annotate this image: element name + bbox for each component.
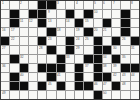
grid-cell[interactable] <box>29 1 37 9</box>
black-cell <box>94 37 102 45</box>
black-cell <box>20 82 28 90</box>
grid-cell[interactable]: 39 <box>112 64 120 72</box>
clue-number: 3 <box>57 1 59 4</box>
grid-cell[interactable]: 8 <box>131 1 139 9</box>
black-cell <box>38 1 46 9</box>
grid-cell[interactable]: 15 <box>84 19 92 27</box>
black-cell <box>94 73 102 81</box>
clue-number: 34 <box>103 55 106 58</box>
grid-cell[interactable] <box>29 64 37 72</box>
clue-number: 2 <box>20 1 22 4</box>
clue-number: 45 <box>48 82 51 85</box>
grid-cell[interactable]: 22 <box>10 37 18 45</box>
black-cell <box>10 19 18 27</box>
grid-cell[interactable] <box>66 1 74 9</box>
grid-cell[interactable] <box>131 82 139 90</box>
grid-cell[interactable]: 35 <box>121 55 129 63</box>
grid-cell[interactable] <box>75 55 83 63</box>
grid-cell[interactable] <box>131 91 139 99</box>
clue-number: 14 <box>66 19 69 22</box>
grid-cell[interactable]: 47 <box>103 82 111 90</box>
black-cell <box>57 55 65 63</box>
grid-cell[interactable] <box>112 28 120 36</box>
black-cell <box>131 64 139 72</box>
grid-cell[interactable]: 3 <box>57 1 65 9</box>
black-cell <box>103 73 111 81</box>
grid-cell[interactable]: 33 <box>66 55 74 63</box>
black-cell <box>75 64 83 72</box>
clue-number: 33 <box>66 55 69 58</box>
grid-cell[interactable] <box>84 46 92 54</box>
black-cell <box>10 10 18 18</box>
grid-cell[interactable] <box>75 10 83 18</box>
clue-number: 18 <box>57 28 60 31</box>
clue-number: 37 <box>85 64 88 67</box>
grid-cell[interactable]: 28 <box>38 46 46 54</box>
grid-cell[interactable] <box>29 46 37 54</box>
grid-cell[interactable]: 16 <box>1 28 9 36</box>
black-cell <box>121 28 129 36</box>
grid-cell[interactable]: 25 <box>84 37 92 45</box>
clue-number: 28 <box>39 46 42 49</box>
grid-cell[interactable]: 43 <box>121 73 129 81</box>
grid-cell[interactable]: 21 <box>103 28 111 36</box>
clue-number: 23 <box>48 37 51 40</box>
grid-cell[interactable] <box>38 91 46 99</box>
grid-cell[interactable] <box>94 19 102 27</box>
black-cell <box>121 19 129 27</box>
black-cell <box>47 64 55 72</box>
clue-number: 10 <box>94 10 97 13</box>
grid-cell[interactable]: 19 <box>75 28 83 36</box>
grid-cell[interactable]: 42 <box>112 73 120 81</box>
grid-cell[interactable] <box>10 46 18 54</box>
grid-cell[interactable] <box>66 73 74 81</box>
black-cell <box>121 64 129 72</box>
clue-number: 11 <box>20 19 23 22</box>
grid-cell[interactable] <box>29 28 37 36</box>
clue-number: 19 <box>76 28 79 31</box>
grid-cell[interactable]: 49 <box>1 91 9 99</box>
grid-cell[interactable] <box>20 10 28 18</box>
grid-cell[interactable] <box>20 28 28 36</box>
clue-number: 50 <box>103 91 106 94</box>
grid-cell[interactable] <box>38 73 46 81</box>
grid-cell[interactable] <box>29 73 37 81</box>
black-cell <box>103 46 111 54</box>
grid-cell[interactable] <box>66 91 74 99</box>
grid-cell[interactable] <box>47 55 55 63</box>
grid-cell[interactable]: 13 <box>47 19 55 27</box>
black-cell <box>103 19 111 27</box>
grid-cell[interactable]: 17 <box>10 28 18 36</box>
clue-number: 29 <box>76 46 79 49</box>
clue-number: 13 <box>48 19 51 22</box>
black-cell <box>38 19 46 27</box>
black-cell <box>20 64 28 72</box>
grid-cell[interactable]: 36 <box>1 64 9 72</box>
grid-cell[interactable] <box>131 10 139 18</box>
grid-cell[interactable]: 48 <box>121 82 129 90</box>
grid-cell[interactable]: 34 <box>103 55 111 63</box>
black-cell <box>66 10 74 18</box>
black-cell <box>66 46 74 54</box>
grid-cell[interactable]: 50 <box>103 91 111 99</box>
grid-cell[interactable]: 6 <box>103 1 111 9</box>
black-cell <box>94 91 102 99</box>
grid-cell[interactable] <box>29 55 37 63</box>
clue-number: 16 <box>2 28 5 31</box>
grid-cell[interactable] <box>57 46 65 54</box>
grid-cell[interactable] <box>1 73 9 81</box>
grid-cell[interactable] <box>1 19 9 27</box>
black-cell <box>94 64 102 72</box>
grid-cell[interactable]: 37 <box>84 64 92 72</box>
grid-cell[interactable]: 32 <box>20 55 28 63</box>
grid-cell[interactable] <box>29 91 37 99</box>
black-cell <box>1 37 9 45</box>
grid-cell[interactable] <box>66 28 74 36</box>
black-cell <box>84 28 92 36</box>
grid-cell[interactable] <box>57 91 65 99</box>
clue-number: 5 <box>94 1 96 4</box>
black-cell <box>131 37 139 45</box>
black-cell <box>38 37 46 45</box>
grid-cell[interactable]: 27 <box>1 46 9 54</box>
grid-cell[interactable]: 46 <box>94 82 102 90</box>
grid-cell[interactable] <box>84 91 92 99</box>
clue-number: 24 <box>76 37 79 40</box>
grid-cell[interactable] <box>112 10 120 18</box>
black-cell <box>57 64 65 72</box>
grid-cell[interactable]: 23 <box>47 37 55 45</box>
clue-number: 41 <box>57 73 60 76</box>
grid-cell[interactable] <box>121 91 129 99</box>
clue-number: 20 <box>94 28 97 31</box>
grid-cell[interactable] <box>29 37 37 45</box>
grid-cell[interactable] <box>84 73 92 81</box>
grid-cell[interactable]: 1 <box>1 1 9 9</box>
clue-number: 1 <box>2 1 4 4</box>
black-cell <box>112 82 120 90</box>
black-cell <box>47 28 55 36</box>
clue-number: 48 <box>122 82 125 85</box>
grid-cell[interactable]: 29 <box>75 46 83 54</box>
grid-cell[interactable] <box>57 10 65 18</box>
grid-cell[interactable] <box>131 19 139 27</box>
black-cell <box>38 10 46 18</box>
clue-number: 17 <box>11 28 14 31</box>
black-cell <box>121 10 129 18</box>
clue-number: 9 <box>48 10 50 13</box>
grid-cell[interactable]: 24 <box>75 37 83 45</box>
clue-number: 42 <box>113 73 116 76</box>
grid-cell[interactable] <box>121 1 129 9</box>
black-cell <box>94 55 102 63</box>
grid-cell[interactable] <box>1 10 9 18</box>
clue-number: 35 <box>122 55 125 58</box>
grid-cell[interactable] <box>131 28 139 36</box>
grid-cell[interactable]: 40 <box>20 73 28 81</box>
grid-cell[interactable]: 10 <box>94 10 102 18</box>
clue-number: 21 <box>103 28 106 31</box>
clue-number: 40 <box>20 73 23 76</box>
grid-cell[interactable]: 2 <box>20 1 28 9</box>
clue-number: 43 <box>122 73 125 76</box>
grid-cell[interactable] <box>66 64 74 72</box>
grid-cell[interactable]: 45 <box>47 82 55 90</box>
grid-cell[interactable]: 20 <box>94 28 102 36</box>
clue-number: 25 <box>85 37 88 40</box>
grid-cell[interactable] <box>75 91 83 99</box>
clue-number: 12 <box>29 19 32 22</box>
grid-cell[interactable]: 5 <box>94 1 102 9</box>
black-cell <box>75 19 83 27</box>
grid-cell[interactable] <box>112 19 120 27</box>
grid-cell[interactable]: 41 <box>57 73 65 81</box>
clue-number: 15 <box>85 19 88 22</box>
grid-cell[interactable] <box>10 91 18 99</box>
black-cell <box>38 64 46 72</box>
grid-cell[interactable] <box>20 91 28 99</box>
grid-cell[interactable] <box>47 91 55 99</box>
crossword-board: 1234567891011121314151617181920212223242… <box>0 0 140 100</box>
black-cell <box>10 82 18 90</box>
grid-cell[interactable]: 31 <box>131 46 139 54</box>
clue-number: 49 <box>2 91 5 94</box>
clue-number: 22 <box>11 37 14 40</box>
grid-cell[interactable]: 7 <box>112 1 120 9</box>
black-cell <box>112 37 120 45</box>
grid-cell[interactable]: 14 <box>66 19 74 27</box>
black-cell <box>47 46 55 54</box>
grid-cell[interactable] <box>103 37 111 45</box>
grid-cell[interactable] <box>1 82 9 90</box>
clue-number: 31 <box>131 46 134 49</box>
grid-cell[interactable] <box>20 37 28 45</box>
black-cell <box>94 46 102 54</box>
grid-cell[interactable]: 26 <box>121 37 129 45</box>
grid-cell[interactable] <box>10 64 18 72</box>
crossword-screenshot: 1234567891011121314151617181920212223242… <box>0 0 140 100</box>
black-cell <box>38 82 46 90</box>
clue-number: 6 <box>103 1 105 4</box>
clue-number: 30 <box>113 46 116 49</box>
grid-cell[interactable]: 12 <box>29 19 37 27</box>
grid-cell[interactable]: 4 <box>75 1 83 9</box>
grid-cell[interactable] <box>38 55 46 63</box>
grid-cell[interactable] <box>103 10 111 18</box>
black-cell <box>10 55 18 63</box>
grid-cell[interactable] <box>29 82 37 90</box>
grid-cell[interactable] <box>10 1 18 9</box>
clue-number: 36 <box>2 64 5 67</box>
black-cell <box>29 10 37 18</box>
clue-number: 46 <box>94 82 97 85</box>
clue-number: 8 <box>131 1 133 4</box>
black-cell <box>112 55 120 63</box>
clue-number: 4 <box>76 1 78 4</box>
black-cell <box>84 82 92 90</box>
clue-number: 27 <box>2 46 5 49</box>
clue-number: 38 <box>103 64 106 67</box>
black-cell <box>57 82 65 90</box>
grid-cell[interactable]: 18 <box>57 28 65 36</box>
grid-cell[interactable] <box>131 55 139 63</box>
grid-cell[interactable] <box>57 19 65 27</box>
black-cell <box>66 37 74 45</box>
grid-cell[interactable] <box>112 91 120 99</box>
black-cell <box>10 73 18 81</box>
clue-number: 32 <box>20 55 23 58</box>
grid-cell[interactable]: 38 <box>103 64 111 72</box>
grid-cell[interactable]: 30 <box>112 46 120 54</box>
black-cell <box>75 82 83 90</box>
grid-cell[interactable] <box>1 55 9 63</box>
grid-cell[interactable]: 9 <box>47 10 55 18</box>
clue-number: 7 <box>113 1 115 4</box>
grid-cell[interactable] <box>121 46 129 54</box>
black-cell <box>47 73 55 81</box>
black-cell <box>47 1 55 9</box>
grid-cell[interactable] <box>84 1 92 9</box>
grid-cell[interactable]: 44 <box>131 73 139 81</box>
grid-cell[interactable] <box>20 46 28 54</box>
grid-cell[interactable] <box>57 37 65 45</box>
black-cell <box>84 10 92 18</box>
clue-number: 39 <box>113 64 116 67</box>
grid-cell[interactable]: 11 <box>20 19 28 27</box>
clue-number: 26 <box>122 37 125 40</box>
grid-cell[interactable] <box>38 28 46 36</box>
clue-number: 44 <box>131 73 134 76</box>
black-cell <box>75 73 83 81</box>
black-cell <box>84 55 92 63</box>
grid-cell[interactable] <box>66 82 74 90</box>
clue-number: 47 <box>103 82 106 85</box>
